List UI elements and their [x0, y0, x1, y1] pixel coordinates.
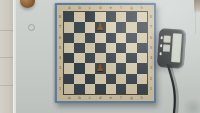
clock-button[interactable] — [159, 52, 162, 55]
square-g6[interactable] — [126, 33, 136, 43]
clock-display-small — [163, 35, 170, 42]
rank-labels-left: 87654321 — [57, 12, 63, 94]
file-label: g — [126, 5, 136, 11]
square-h5[interactable] — [137, 43, 147, 53]
tile-grout-line — [0, 57, 13, 58]
square-c3[interactable] — [85, 63, 95, 73]
square-c1[interactable] — [85, 84, 95, 94]
clock-display-small — [163, 44, 170, 51]
square-h2[interactable] — [137, 74, 147, 84]
square-b3[interactable] — [74, 63, 84, 73]
square-g1[interactable] — [126, 84, 136, 94]
tile-grout-line — [0, 30, 13, 31]
file-label: e — [106, 95, 116, 101]
square-f8[interactable] — [116, 12, 126, 22]
square-h7[interactable] — [137, 22, 147, 32]
square-a2[interactable] — [64, 74, 74, 84]
piece-pawn-d3[interactable]: ♟ — [96, 63, 105, 73]
file-label: g — [126, 95, 136, 101]
rank-label: 5 — [57, 43, 63, 53]
file-label: b — [74, 5, 84, 11]
square-c2[interactable] — [85, 74, 95, 84]
square-a5[interactable] — [64, 43, 74, 53]
rank-label: 1 — [57, 84, 63, 94]
wall-seam-line — [195, 0, 196, 34]
corner-shadow — [182, 98, 200, 113]
file-label: c — [85, 95, 95, 101]
rank-label: 4 — [57, 53, 63, 63]
square-a8[interactable] — [64, 12, 74, 22]
rank-label: 6 — [148, 33, 154, 43]
rank-label: 3 — [57, 63, 63, 73]
square-c6[interactable] — [85, 33, 95, 43]
rank-label: 1 — [148, 84, 154, 94]
tile-grout-line — [0, 85, 13, 86]
rank-label: 2 — [57, 74, 63, 84]
file-label: b — [74, 95, 84, 101]
file-label: f — [116, 95, 126, 101]
square-b6[interactable] — [74, 33, 84, 43]
square-c7[interactable] — [85, 22, 95, 32]
square-h1[interactable] — [137, 84, 147, 94]
rank-label: 7 — [148, 22, 154, 32]
square-d1[interactable] — [95, 84, 105, 94]
rank-label: 8 — [148, 12, 154, 22]
file-label: c — [85, 5, 95, 11]
square-h3[interactable] — [137, 63, 147, 73]
clock-button[interactable] — [160, 44, 163, 47]
rank-label: 7 — [57, 22, 63, 32]
square-f6[interactable] — [116, 33, 126, 43]
square-f3[interactable] — [116, 63, 126, 73]
board-grid: ♟♟ — [64, 12, 147, 94]
rank-label: 5 — [148, 43, 154, 53]
square-e8[interactable] — [106, 12, 116, 22]
square-e7[interactable] — [106, 22, 116, 32]
square-b1[interactable] — [74, 84, 84, 94]
piece-pawn-d7[interactable]: ♟ — [96, 22, 105, 32]
square-e6[interactable] — [106, 33, 116, 43]
square-d6[interactable] — [95, 33, 105, 43]
clock-button[interactable] — [160, 36, 163, 39]
square-a1[interactable] — [64, 84, 74, 94]
square-e3[interactable] — [106, 63, 116, 73]
square-e1[interactable] — [106, 84, 116, 94]
rank-label: 2 — [148, 74, 154, 84]
square-h4[interactable] — [137, 53, 147, 63]
clock-display — [171, 33, 182, 63]
square-a7[interactable] — [64, 22, 74, 32]
square-e4[interactable] — [106, 53, 116, 63]
square-d3[interactable]: ♟ — [95, 63, 105, 73]
square-b4[interactable] — [74, 53, 84, 63]
square-e5[interactable] — [106, 43, 116, 53]
captured-wooden-piece[interactable] — [20, 0, 35, 8]
file-label: a — [64, 5, 74, 11]
file-label: h — [137, 95, 147, 101]
square-a6[interactable] — [64, 33, 74, 43]
square-a3[interactable] — [64, 63, 74, 73]
square-f2[interactable] — [116, 74, 126, 84]
tiled-surface — [0, 0, 13, 113]
square-e2[interactable] — [106, 74, 116, 84]
rank-label: 3 — [148, 63, 154, 73]
square-f7[interactable] — [116, 22, 126, 32]
square-g8[interactable] — [126, 12, 136, 22]
square-f4[interactable] — [116, 53, 126, 63]
square-f5[interactable] — [116, 43, 126, 53]
file-label: f — [116, 5, 126, 11]
file-labels-bottom: abcdefgh — [64, 95, 147, 101]
square-g3[interactable] — [126, 63, 136, 73]
table-edge-highlight — [13, 0, 16, 113]
square-b7[interactable] — [74, 22, 84, 32]
photo-canvas: abcdefgh abcdefgh 87654321 87654321 ♟♟ — [0, 0, 200, 113]
square-d7[interactable]: ♟ — [95, 22, 105, 32]
square-d5[interactable] — [95, 43, 105, 53]
file-label: e — [106, 5, 116, 11]
square-f1[interactable] — [116, 84, 126, 94]
file-label: h — [137, 5, 147, 11]
file-label: a — [64, 95, 74, 101]
rank-label: 6 — [57, 33, 63, 43]
square-c8[interactable] — [85, 12, 95, 22]
rank-label: 4 — [148, 53, 154, 63]
square-b2[interactable] — [74, 74, 84, 84]
table-mark — [28, 24, 35, 31]
square-c5[interactable] — [85, 43, 95, 53]
square-h6[interactable] — [137, 33, 147, 43]
square-h8[interactable] — [137, 12, 147, 22]
square-g2[interactable] — [126, 74, 136, 84]
file-label: d — [95, 5, 105, 11]
square-b5[interactable] — [74, 43, 84, 53]
file-label: d — [95, 95, 105, 101]
file-labels-top: abcdefgh — [64, 5, 147, 11]
chess-clock[interactable] — [157, 28, 187, 69]
square-a4[interactable] — [64, 53, 74, 63]
rank-labels-right: 87654321 — [148, 12, 154, 94]
square-c4[interactable] — [85, 53, 95, 63]
chessboard: abcdefgh abcdefgh 87654321 87654321 ♟♟ — [55, 3, 156, 103]
rank-label: 8 — [57, 12, 63, 22]
square-b8[interactable] — [74, 12, 84, 22]
square-g7[interactable] — [126, 22, 136, 32]
square-d2[interactable] — [95, 74, 105, 84]
square-g4[interactable] — [126, 53, 136, 63]
square-g5[interactable] — [126, 43, 136, 53]
